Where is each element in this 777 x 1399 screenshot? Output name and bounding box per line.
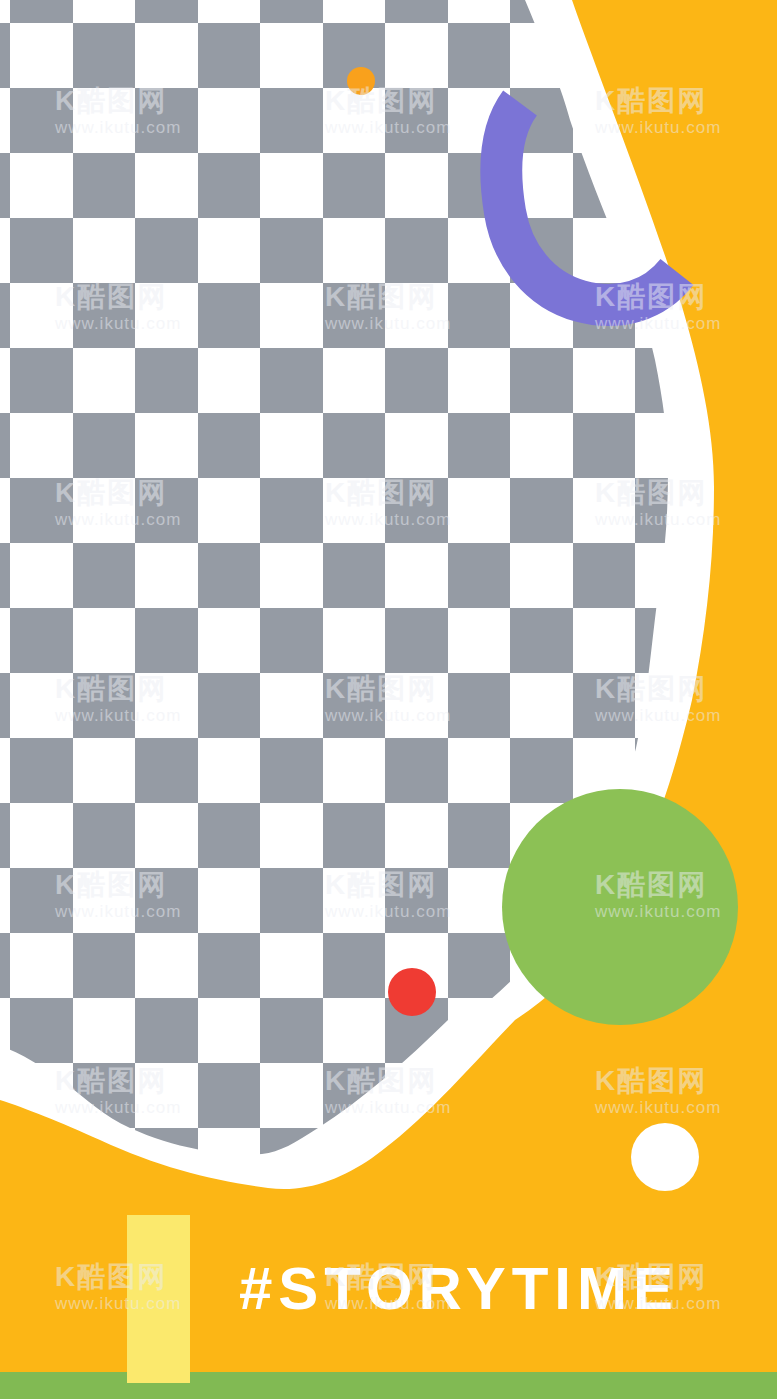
watermark-url: www.ikutu.com [325,1099,451,1116]
watermark-logo: K酷图网 [325,86,451,116]
watermark-logo: K酷图网 [55,870,181,900]
watermark-url: www.ikutu.com [55,119,181,136]
watermark-logo: K酷图网 [595,1066,721,1096]
watermark: K酷图网www.ikutu.com [325,86,451,136]
watermark-url: www.ikutu.com [55,511,181,528]
watermark: K酷图网www.ikutu.com [595,1066,721,1116]
watermark-url: www.ikutu.com [595,903,721,920]
watermark-logo: K酷图网 [595,86,721,116]
watermark-logo: K酷图网 [595,282,721,312]
watermark: K酷图网www.ikutu.com [595,282,721,332]
watermark-url: www.ikutu.com [55,1295,181,1312]
watermark: K酷图网www.ikutu.com [595,870,721,920]
watermark-logo: K酷图网 [595,674,721,704]
watermark: K酷图网www.ikutu.com [325,674,451,724]
watermark-logo: K酷图网 [55,674,181,704]
watermark-url: www.ikutu.com [55,1099,181,1116]
watermark: K酷图网www.ikutu.com [325,1066,451,1116]
watermark: K酷图网www.ikutu.com [55,1066,181,1116]
watermark: K酷图网www.ikutu.com [55,282,181,332]
watermark: K酷图网www.ikutu.com [325,870,451,920]
watermark-logo: K酷图网 [325,282,451,312]
watermark-url: www.ikutu.com [55,315,181,332]
watermark: K酷图网www.ikutu.com [595,86,721,136]
watermark-layer: K酷图网www.ikutu.comK酷图网www.ikutu.comK酷图网ww… [0,0,777,1399]
watermark-url: www.ikutu.com [595,1295,721,1312]
watermark-logo: K酷图网 [55,282,181,312]
watermark-url: www.ikutu.com [595,707,721,724]
watermark: K酷图网www.ikutu.com [595,478,721,528]
watermark-logo: K酷图网 [325,870,451,900]
watermark-url: www.ikutu.com [595,315,721,332]
watermark-logo: K酷图网 [595,478,721,508]
watermark-logo: K酷图网 [55,478,181,508]
watermark-logo: K酷图网 [55,1066,181,1096]
watermark: K酷图网www.ikutu.com [55,478,181,528]
watermark: K酷图网www.ikutu.com [55,870,181,920]
watermark-logo: K酷图网 [325,674,451,704]
watermark-url: www.ikutu.com [325,511,451,528]
watermark-url: www.ikutu.com [325,903,451,920]
watermark-url: www.ikutu.com [325,707,451,724]
watermark-logo: K酷图网 [55,1262,181,1292]
watermark-logo: K酷图网 [325,1066,451,1096]
watermark-logo: K酷图网 [325,1262,451,1292]
watermark-logo: K酷图网 [595,1262,721,1292]
watermark: K酷图网www.ikutu.com [55,86,181,136]
watermark-logo: K酷图网 [55,86,181,116]
watermark: K酷图网www.ikutu.com [325,282,451,332]
watermark-url: www.ikutu.com [325,1295,451,1312]
watermark: K酷图网www.ikutu.com [55,674,181,724]
watermark: K酷图网www.ikutu.com [55,1262,181,1312]
watermark: K酷图网www.ikutu.com [595,674,721,724]
watermark: K酷图网www.ikutu.com [325,478,451,528]
story-template-canvas: #STORYTIME K酷图网www.ikutu.comK酷图网www.ikut… [0,0,777,1399]
watermark-url: www.ikutu.com [595,1099,721,1116]
watermark-url: www.ikutu.com [595,119,721,136]
watermark-url: www.ikutu.com [55,903,181,920]
watermark-url: www.ikutu.com [325,315,451,332]
watermark: K酷图网www.ikutu.com [325,1262,451,1312]
watermark-logo: K酷图网 [595,870,721,900]
watermark-url: www.ikutu.com [595,511,721,528]
watermark-url: www.ikutu.com [55,707,181,724]
watermark-url: www.ikutu.com [325,119,451,136]
watermark-logo: K酷图网 [325,478,451,508]
watermark: K酷图网www.ikutu.com [595,1262,721,1312]
